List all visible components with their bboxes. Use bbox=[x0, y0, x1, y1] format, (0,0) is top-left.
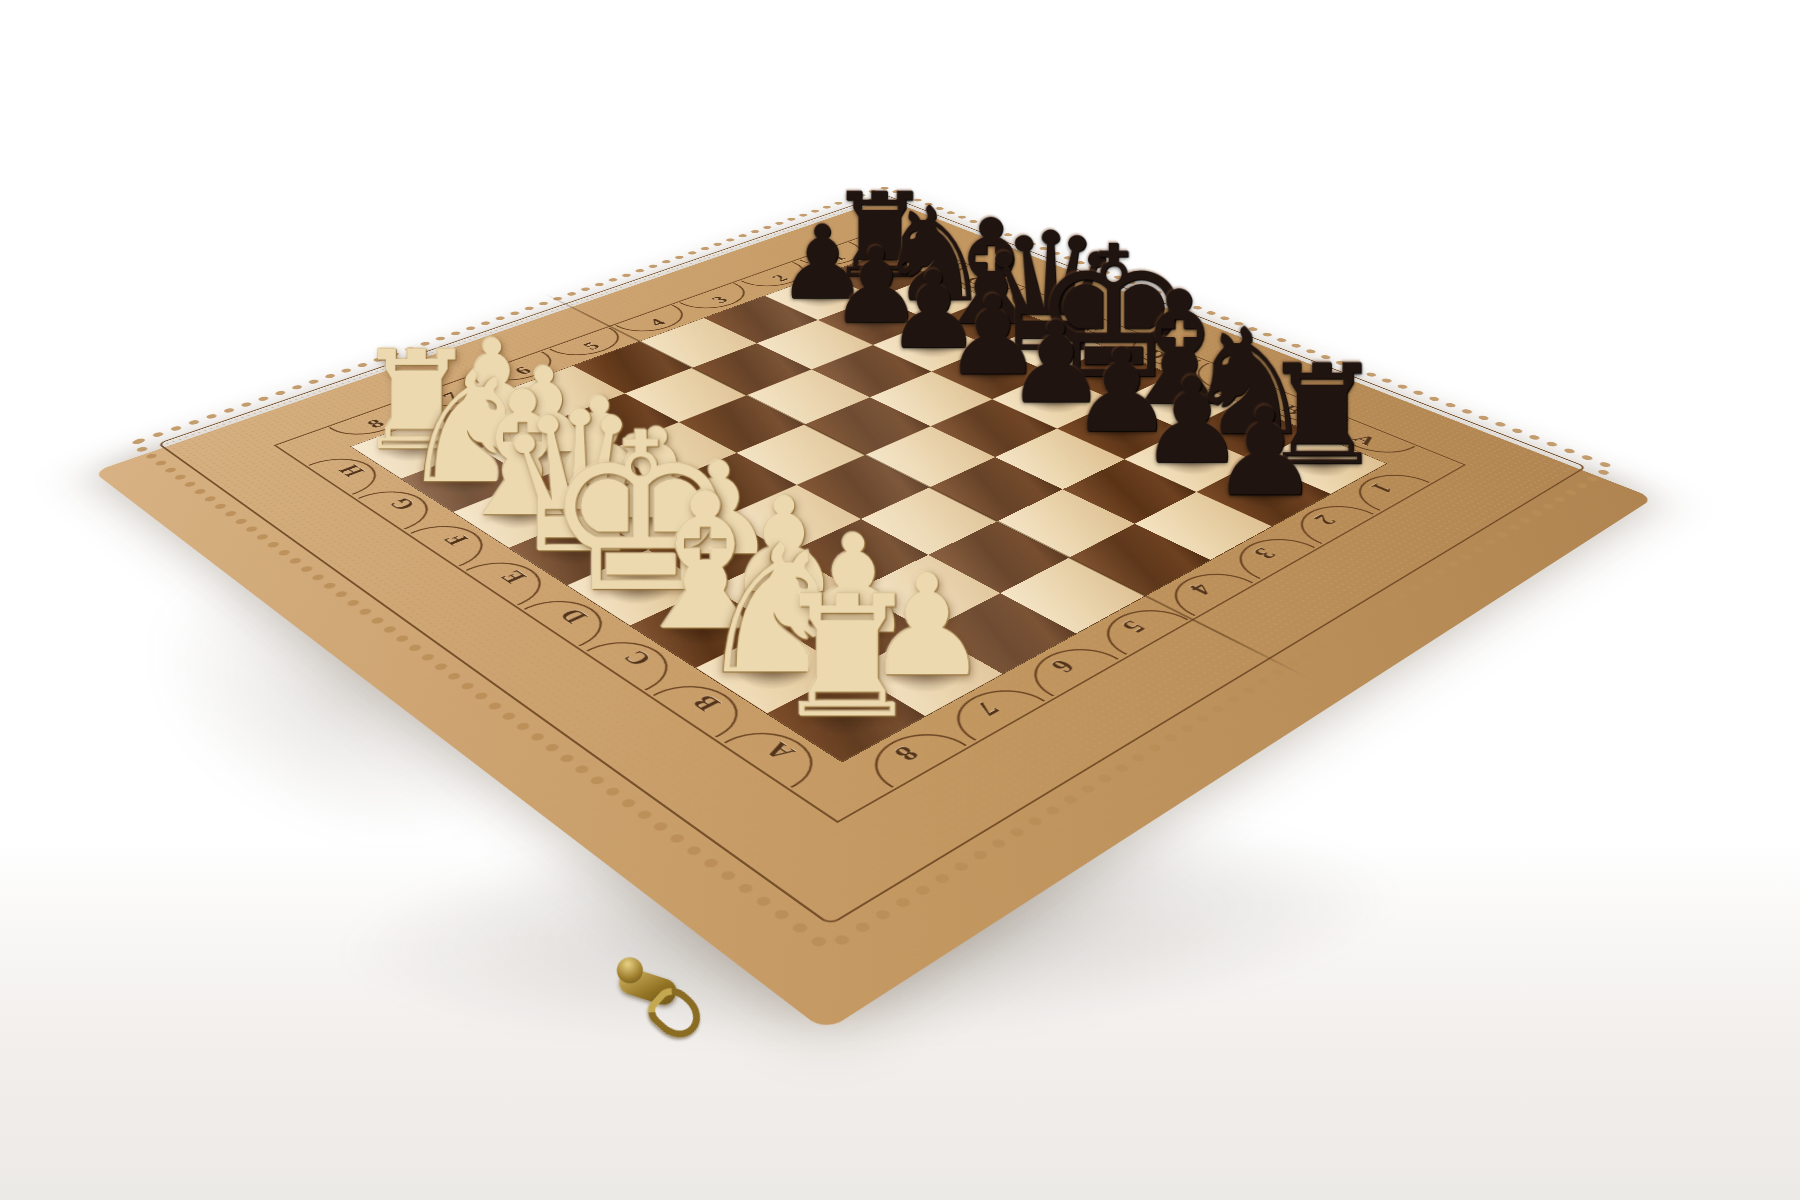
chess-board: HGFEDCBA HGFEDCBA 87654321 87654321 ♜♟♟♜… bbox=[96, 177, 1651, 986]
edge-label: 5 bbox=[578, 340, 605, 352]
edge-label: 8 bbox=[362, 417, 390, 431]
edge-label: 1 bbox=[825, 252, 851, 262]
edge-label: 3 bbox=[707, 294, 733, 305]
photo-stage: HGFEDCBA HGFEDCBA 87654321 87654321 ♜♟♟♜… bbox=[0, 0, 1800, 1200]
edge-label: G bbox=[961, 275, 992, 287]
edge-label: 8 bbox=[887, 741, 926, 765]
edge-label: B bbox=[685, 691, 728, 715]
perspective-scene: HGFEDCBA HGFEDCBA 87654321 87654321 ♜♟♟♜… bbox=[0, 0, 1800, 1200]
edge-label: F bbox=[1019, 298, 1048, 310]
edge-label: H bbox=[906, 253, 937, 265]
edge-label: E bbox=[1078, 322, 1109, 335]
edge-label: A bbox=[757, 738, 802, 764]
edge-label: 4 bbox=[644, 317, 671, 329]
edge-label: 2 bbox=[767, 273, 793, 284]
edge-label: 6 bbox=[1043, 656, 1081, 677]
